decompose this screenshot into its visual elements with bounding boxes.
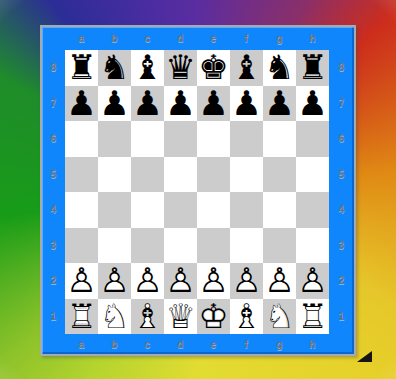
- square-c5[interactable]: [131, 157, 164, 193]
- piece-outline-layer: ♙: [99, 263, 129, 298]
- square-c6[interactable]: [131, 121, 164, 157]
- square-h1[interactable]: ♜♖: [296, 299, 329, 335]
- square-h3[interactable]: [296, 228, 329, 264]
- piece-white-knight[interactable]: ♞♘: [99, 299, 129, 334]
- rank-label-3: 3: [42, 228, 65, 264]
- rank-label-2: 2: [329, 263, 354, 299]
- piece-black-pawn[interactable]: ♟: [297, 86, 327, 121]
- piece-glyph: ♟: [165, 86, 195, 121]
- piece-black-bishop[interactable]: ♝: [231, 50, 261, 85]
- piece-glyph: ♟: [264, 86, 294, 121]
- piece-glyph: ♟: [231, 86, 261, 121]
- square-c4[interactable]: [131, 192, 164, 228]
- piece-outline-layer: ♖: [66, 299, 96, 334]
- piece-white-queen[interactable]: ♛♕: [165, 299, 195, 334]
- square-a1[interactable]: ♜♖: [65, 299, 98, 335]
- square-g5[interactable]: [263, 157, 296, 193]
- square-d3[interactable]: [164, 228, 197, 264]
- square-g1[interactable]: ♞♘: [263, 299, 296, 335]
- piece-white-pawn[interactable]: ♟♙: [132, 263, 162, 298]
- piece-black-bishop[interactable]: ♝: [132, 50, 162, 85]
- file-label-d: d: [164, 334, 197, 354]
- piece-white-pawn[interactable]: ♟♙: [297, 263, 327, 298]
- square-e4[interactable]: [197, 192, 230, 228]
- piece-glyph: ♝: [231, 50, 261, 85]
- square-a3[interactable]: [65, 228, 98, 264]
- rank-label-5: 5: [329, 157, 354, 193]
- square-d6[interactable]: [164, 121, 197, 157]
- square-h7[interactable]: ♟: [296, 86, 329, 122]
- piece-outline-layer: ♕: [165, 299, 195, 334]
- square-d4[interactable]: [164, 192, 197, 228]
- square-c8[interactable]: ♝: [131, 50, 164, 86]
- piece-white-pawn[interactable]: ♟♙: [264, 263, 294, 298]
- piece-outline-layer: ♙: [132, 263, 162, 298]
- square-c1[interactable]: ♝♗: [131, 299, 164, 335]
- piece-white-pawn[interactable]: ♟♙: [198, 263, 228, 298]
- piece-black-pawn[interactable]: ♟: [231, 86, 261, 121]
- piece-glyph: ♛: [165, 50, 195, 85]
- square-b5[interactable]: [98, 157, 131, 193]
- file-label-h: h: [296, 334, 329, 354]
- rank-label-4: 4: [42, 192, 65, 228]
- piece-outline-layer: ♙: [297, 263, 327, 298]
- square-e6[interactable]: [197, 121, 230, 157]
- rank-label-5: 5: [42, 157, 65, 193]
- board-squares: ♜♞♝♛♚♝♞♜♟♟♟♟♟♟♟♟♟♙♟♙♟♙♟♙♟♙♟♙♟♙♟♙♜♖♞♘♝♗♛♕…: [65, 50, 329, 334]
- rank-label-7: 7: [329, 86, 354, 122]
- square-g4[interactable]: [263, 192, 296, 228]
- piece-glyph: ♟: [132, 86, 162, 121]
- piece-outline-layer: ♙: [165, 263, 195, 298]
- square-a4[interactable]: [65, 192, 98, 228]
- piece-glyph: ♚: [198, 50, 228, 85]
- square-c7[interactable]: ♟: [131, 86, 164, 122]
- square-h4[interactable]: [296, 192, 329, 228]
- piece-black-rook[interactable]: ♜: [66, 50, 96, 85]
- file-label-c: c: [131, 334, 164, 354]
- piece-black-pawn[interactable]: ♟: [198, 86, 228, 121]
- piece-black-pawn[interactable]: ♟: [165, 86, 195, 121]
- file-label-e: e: [197, 334, 230, 354]
- file-label-a: a: [65, 334, 98, 354]
- square-h5[interactable]: [296, 157, 329, 193]
- piece-outline-layer: ♙: [231, 263, 261, 298]
- piece-glyph: ♟: [198, 86, 228, 121]
- piece-white-pawn[interactable]: ♟♙: [66, 263, 96, 298]
- piece-glyph: ♟: [297, 86, 327, 121]
- piece-glyph: ♞: [264, 50, 294, 85]
- piece-black-pawn[interactable]: ♟: [66, 86, 96, 121]
- piece-white-pawn[interactable]: ♟♙: [99, 263, 129, 298]
- square-g8[interactable]: ♞: [263, 50, 296, 86]
- square-c2[interactable]: ♟♙: [131, 263, 164, 299]
- square-f5[interactable]: [230, 157, 263, 193]
- app-background: abcdefgh abcdefgh 87654321 87654321 ♜♞♝♛…: [0, 0, 396, 379]
- piece-outline-layer: ♘: [264, 299, 294, 334]
- piece-black-knight[interactable]: ♞: [99, 50, 129, 85]
- rank-label-8: 8: [42, 50, 65, 86]
- file-label-g: g: [263, 334, 296, 354]
- piece-glyph: ♟: [99, 86, 129, 121]
- square-e1[interactable]: ♚♔: [197, 299, 230, 335]
- piece-black-pawn[interactable]: ♟: [132, 86, 162, 121]
- chess-board: abcdefgh abcdefgh 87654321 87654321 ♜♞♝♛…: [40, 25, 356, 356]
- square-b4[interactable]: [98, 192, 131, 228]
- piece-black-knight[interactable]: ♞: [264, 50, 294, 85]
- piece-white-bishop[interactable]: ♝♗: [231, 299, 261, 334]
- square-g7[interactable]: ♟: [263, 86, 296, 122]
- square-h2[interactable]: ♟♙: [296, 263, 329, 299]
- square-d7[interactable]: ♟: [164, 86, 197, 122]
- resize-handle-icon: [357, 351, 372, 362]
- square-f2[interactable]: ♟♙: [230, 263, 263, 299]
- rank-labels-right: 87654321: [329, 50, 354, 334]
- square-f8[interactable]: ♝: [230, 50, 263, 86]
- square-d8[interactable]: ♛: [164, 50, 197, 86]
- rank-label-3: 3: [329, 228, 354, 264]
- square-a6[interactable]: [65, 121, 98, 157]
- rank-labels-left: 87654321: [42, 50, 65, 334]
- piece-outline-layer: ♙: [66, 263, 96, 298]
- piece-white-bishop[interactable]: ♝♗: [132, 299, 162, 334]
- square-e5[interactable]: [197, 157, 230, 193]
- rank-label-4: 4: [329, 192, 354, 228]
- square-g6[interactable]: [263, 121, 296, 157]
- square-g3[interactable]: [263, 228, 296, 264]
- piece-outline-layer: ♗: [231, 299, 261, 334]
- piece-white-pawn[interactable]: ♟♙: [231, 263, 261, 298]
- rank-label-1: 1: [42, 299, 65, 335]
- square-d5[interactable]: [164, 157, 197, 193]
- file-label-f: f: [230, 334, 263, 354]
- piece-white-pawn[interactable]: ♟♙: [165, 263, 195, 298]
- piece-black-pawn[interactable]: ♟: [264, 86, 294, 121]
- piece-black-queen[interactable]: ♛: [165, 50, 195, 85]
- piece-glyph: ♜: [297, 50, 327, 85]
- square-d1[interactable]: ♛♕: [164, 299, 197, 335]
- rank-label-6: 6: [42, 121, 65, 157]
- square-d2[interactable]: ♟♙: [164, 263, 197, 299]
- piece-outline-layer: ♖: [297, 299, 327, 334]
- square-a5[interactable]: [65, 157, 98, 193]
- square-b2[interactable]: ♟♙: [98, 263, 131, 299]
- piece-outline-layer: ♔: [198, 299, 228, 334]
- piece-glyph: ♜: [66, 50, 96, 85]
- piece-black-king[interactable]: ♚: [198, 50, 228, 85]
- square-e3[interactable]: [197, 228, 230, 264]
- piece-outline-layer: ♙: [264, 263, 294, 298]
- square-e2[interactable]: ♟♙: [197, 263, 230, 299]
- square-f3[interactable]: [230, 228, 263, 264]
- rank-label-1: 1: [329, 299, 354, 335]
- piece-outline-layer: ♙: [198, 263, 228, 298]
- piece-white-rook[interactable]: ♜♖: [66, 299, 96, 334]
- piece-white-king[interactable]: ♚♔: [198, 299, 228, 334]
- piece-glyph: ♟: [66, 86, 96, 121]
- square-b7[interactable]: ♟: [98, 86, 131, 122]
- piece-black-rook[interactable]: ♜: [297, 50, 327, 85]
- square-a2[interactable]: ♟♙: [65, 263, 98, 299]
- square-b8[interactable]: ♞: [98, 50, 131, 86]
- piece-glyph: ♝: [132, 50, 162, 85]
- square-c3[interactable]: [131, 228, 164, 264]
- file-label-b: b: [98, 334, 131, 354]
- square-a8[interactable]: ♜: [65, 50, 98, 86]
- square-g2[interactable]: ♟♙: [263, 263, 296, 299]
- square-b6[interactable]: [98, 121, 131, 157]
- square-f4[interactable]: [230, 192, 263, 228]
- piece-white-knight[interactable]: ♞♘: [264, 299, 294, 334]
- piece-glyph: ♞: [99, 50, 129, 85]
- square-a7[interactable]: ♟: [65, 86, 98, 122]
- file-labels-bottom: abcdefgh: [65, 334, 329, 354]
- square-h8[interactable]: ♜: [296, 50, 329, 86]
- rank-label-8: 8: [329, 50, 354, 86]
- rank-label-2: 2: [42, 263, 65, 299]
- rank-label-6: 6: [329, 121, 354, 157]
- piece-outline-layer: ♘: [99, 299, 129, 334]
- square-e7[interactable]: ♟: [197, 86, 230, 122]
- square-b1[interactable]: ♞♘: [98, 299, 131, 335]
- piece-white-rook[interactable]: ♜♖: [297, 299, 327, 334]
- square-h6[interactable]: [296, 121, 329, 157]
- square-f1[interactable]: ♝♗: [230, 299, 263, 335]
- square-f6[interactable]: [230, 121, 263, 157]
- square-e8[interactable]: ♚: [197, 50, 230, 86]
- piece-outline-layer: ♗: [132, 299, 162, 334]
- square-f7[interactable]: ♟: [230, 86, 263, 122]
- piece-black-pawn[interactable]: ♟: [99, 86, 129, 121]
- rank-label-7: 7: [42, 86, 65, 122]
- square-b3[interactable]: [98, 228, 131, 264]
